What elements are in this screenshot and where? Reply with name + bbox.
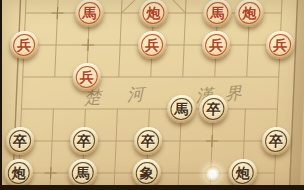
- piece-character: 炮: [11, 166, 26, 180]
- piece-character: 炮: [235, 166, 250, 180]
- piece-character: 兵: [209, 38, 224, 52]
- piece-character: 馬: [82, 6, 97, 20]
- piece-character: 炮: [146, 6, 161, 20]
- piece-character: 馬: [75, 166, 90, 180]
- piece-character: 兵: [17, 38, 32, 52]
- piece-character: 兵: [79, 70, 94, 84]
- piece-character: 卒: [77, 134, 92, 148]
- board-perspective-wrapper: 楚河 漢界 馬炮馬炮兵兵兵兵兵馬卒卒卒卒卒炮馬象炮: [0, 0, 304, 190]
- xiangqi-board-screen: 楚河 漢界 馬炮馬炮兵兵兵兵兵馬卒卒卒卒卒炮馬象炮: [0, 0, 304, 190]
- piece-character: 馬: [210, 6, 225, 20]
- piece-character: 馬: [174, 102, 189, 116]
- piece-character: 卒: [206, 102, 221, 116]
- piece-character: 兵: [273, 38, 288, 52]
- screen-edge-bottom: [0, 185, 304, 190]
- piece-character: 兵: [145, 38, 160, 52]
- piece-character: 卒: [13, 134, 28, 148]
- piece-character: 炮: [242, 6, 257, 20]
- piece-character: 卒: [269, 134, 284, 148]
- piece-character: 象: [139, 166, 154, 180]
- screen-edge-left: [0, 0, 2, 190]
- piece-character: 卒: [141, 134, 156, 148]
